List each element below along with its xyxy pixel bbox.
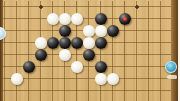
board-intersection[interactable] (59, 49, 71, 61)
board-intersection[interactable] (11, 25, 23, 37)
last-move-marker (123, 17, 127, 21)
black-stone[interactable] (83, 49, 95, 61)
board-intersection[interactable] (35, 25, 47, 37)
board-intersection[interactable] (119, 97, 131, 101)
black-stone[interactable] (95, 61, 107, 73)
board-intersection[interactable] (143, 61, 155, 73)
board-intersection[interactable] (59, 61, 71, 73)
board-intersection[interactable] (107, 49, 119, 61)
board-intersection[interactable] (131, 49, 143, 61)
board-intersection[interactable] (107, 97, 119, 101)
board-intersection[interactable] (131, 97, 143, 101)
board-intersection[interactable] (143, 85, 155, 97)
board-intersection[interactable] (35, 97, 47, 101)
board-intersection[interactable] (143, 1, 155, 13)
board-intersection[interactable] (59, 85, 71, 97)
board-intersection[interactable] (131, 73, 143, 85)
board-intersection[interactable] (143, 97, 155, 101)
board-intersection[interactable] (47, 13, 59, 25)
black-stone[interactable] (119, 13, 131, 25)
board-intersection[interactable] (11, 61, 23, 73)
app-background-strip (178, 0, 180, 101)
board-intersection[interactable] (47, 25, 59, 37)
board-intersection[interactable] (95, 13, 107, 25)
board-intersection[interactable] (95, 37, 107, 49)
board-intersection[interactable] (71, 73, 83, 85)
black-stone[interactable] (35, 49, 47, 61)
white-stone[interactable] (71, 13, 83, 25)
board-intersection[interactable] (11, 49, 23, 61)
board-intersection[interactable] (119, 73, 131, 85)
board-intersection[interactable] (83, 85, 95, 97)
board-intersection[interactable] (107, 13, 119, 25)
board-intersection[interactable] (155, 73, 167, 85)
board-right-rail (171, 0, 178, 101)
board-intersection[interactable] (23, 97, 35, 101)
board-intersection[interactable] (95, 1, 107, 13)
board-intersection[interactable] (59, 25, 71, 37)
white-stone[interactable] (59, 49, 71, 61)
white-stone[interactable] (35, 37, 47, 49)
board-intersection[interactable] (107, 73, 119, 85)
white-stone[interactable] (83, 37, 95, 49)
board-intersection[interactable] (131, 37, 143, 49)
board-intersection[interactable] (71, 1, 83, 13)
board-intersection[interactable] (83, 13, 95, 25)
board-intersection[interactable] (83, 37, 95, 49)
board-intersection[interactable] (23, 25, 35, 37)
board-intersection[interactable] (47, 61, 59, 73)
board-intersection[interactable] (119, 85, 131, 97)
board-intersection[interactable] (71, 61, 83, 73)
board-intersection[interactable] (119, 49, 131, 61)
black-stone[interactable] (59, 37, 71, 49)
board-intersection[interactable] (155, 97, 167, 101)
board-intersection[interactable] (23, 61, 35, 73)
board-intersection[interactable] (107, 25, 119, 37)
board-intersection[interactable] (95, 49, 107, 61)
white-stone[interactable] (47, 13, 59, 25)
board-intersection[interactable] (131, 61, 143, 73)
board-intersection[interactable] (35, 1, 47, 13)
board-intersection[interactable] (35, 73, 47, 85)
board-intersection[interactable] (59, 97, 71, 101)
right-floating-button-icon[interactable] (165, 61, 177, 73)
board-intersection[interactable] (83, 25, 95, 37)
board-intersection[interactable] (83, 61, 95, 73)
white-stone[interactable] (95, 73, 107, 85)
board-intersection[interactable] (155, 25, 167, 37)
board-intersection[interactable] (155, 85, 167, 97)
board-intersection[interactable] (59, 73, 71, 85)
board-intersection[interactable] (59, 37, 71, 49)
board-intersection[interactable] (119, 13, 131, 25)
board-intersection[interactable] (107, 37, 119, 49)
white-stone[interactable] (11, 73, 23, 85)
board-intersection[interactable] (83, 73, 95, 85)
board-intersection[interactable] (71, 37, 83, 49)
white-stone[interactable] (83, 25, 95, 37)
board-intersection[interactable] (95, 73, 107, 85)
board-intersection[interactable] (35, 61, 47, 73)
board-intersection[interactable] (59, 1, 71, 13)
black-stone[interactable] (23, 61, 35, 73)
board-intersection[interactable] (143, 13, 155, 25)
board-intersection[interactable] (119, 1, 131, 13)
board-intersection[interactable] (155, 37, 167, 49)
board-intersection[interactable] (119, 37, 131, 49)
board-intersection[interactable] (11, 73, 23, 85)
board-intersection[interactable] (47, 1, 59, 13)
board-intersection[interactable] (143, 37, 155, 49)
board-intersection[interactable] (95, 85, 107, 97)
board-intersection[interactable] (143, 73, 155, 85)
black-stone[interactable] (59, 25, 71, 37)
board-intersection[interactable] (11, 13, 23, 25)
board-intersection[interactable] (107, 61, 119, 73)
black-stone[interactable] (71, 37, 83, 49)
board-intersection[interactable] (83, 97, 95, 101)
white-stone[interactable] (107, 73, 119, 85)
board-intersection[interactable] (83, 1, 95, 13)
floating-button-label (167, 75, 177, 79)
goban-board[interactable] (0, 0, 180, 101)
board-intersection[interactable] (11, 37, 23, 49)
board-intersection[interactable] (71, 25, 83, 37)
board-intersection[interactable] (35, 49, 47, 61)
black-stone[interactable] (95, 13, 107, 25)
board-intersection[interactable] (11, 97, 23, 101)
board-intersection[interactable] (23, 85, 35, 97)
board-intersection[interactable] (155, 49, 167, 61)
board-intersection[interactable] (95, 97, 107, 101)
board-intersection[interactable] (59, 13, 71, 25)
board-intersection[interactable] (71, 49, 83, 61)
board-intersection[interactable] (143, 25, 155, 37)
board-intersection[interactable] (23, 73, 35, 85)
black-stone[interactable] (107, 25, 119, 37)
board-intersection[interactable] (35, 85, 47, 97)
board-intersection[interactable] (131, 13, 143, 25)
board-intersection[interactable] (131, 85, 143, 97)
board-intersection[interactable] (23, 13, 35, 25)
board-intersection[interactable] (71, 85, 83, 97)
white-stone[interactable] (71, 61, 83, 73)
board-intersection[interactable] (155, 1, 167, 13)
board-intersection[interactable] (11, 85, 23, 97)
board-intersection[interactable] (71, 13, 83, 25)
board-intersection[interactable] (23, 1, 35, 13)
game-screen (0, 0, 180, 101)
black-stone[interactable] (95, 37, 107, 49)
board-intersection[interactable] (119, 25, 131, 37)
white-stone[interactable] (59, 13, 71, 25)
board-intersection[interactable] (47, 37, 59, 49)
white-stone[interactable] (95, 25, 107, 37)
board-intersection[interactable] (23, 37, 35, 49)
board-intersection[interactable] (71, 97, 83, 101)
board-intersection[interactable] (155, 13, 167, 25)
board-intersection[interactable] (23, 49, 35, 61)
board-left-rail (0, 0, 3, 101)
board-intersection[interactable] (107, 1, 119, 13)
board-intersection[interactable] (143, 49, 155, 61)
black-stone[interactable] (47, 37, 59, 49)
board-intersection[interactable] (35, 13, 47, 25)
board-intersection[interactable] (131, 1, 143, 13)
board-grid[interactable] (0, 1, 179, 101)
board-intersection[interactable] (95, 25, 107, 37)
board-intersection[interactable] (95, 61, 107, 73)
board-intersection[interactable] (119, 61, 131, 73)
board-intersection[interactable] (47, 73, 59, 85)
star-point (135, 5, 139, 9)
board-intersection[interactable] (47, 49, 59, 61)
board-intersection[interactable] (11, 1, 23, 13)
board-intersection[interactable] (107, 85, 119, 97)
board-intersection[interactable] (47, 85, 59, 97)
board-intersection[interactable] (131, 25, 143, 37)
board-intersection[interactable] (35, 37, 47, 49)
board-intersection[interactable] (83, 49, 95, 61)
star-point (39, 5, 43, 9)
board-intersection[interactable] (47, 97, 59, 101)
